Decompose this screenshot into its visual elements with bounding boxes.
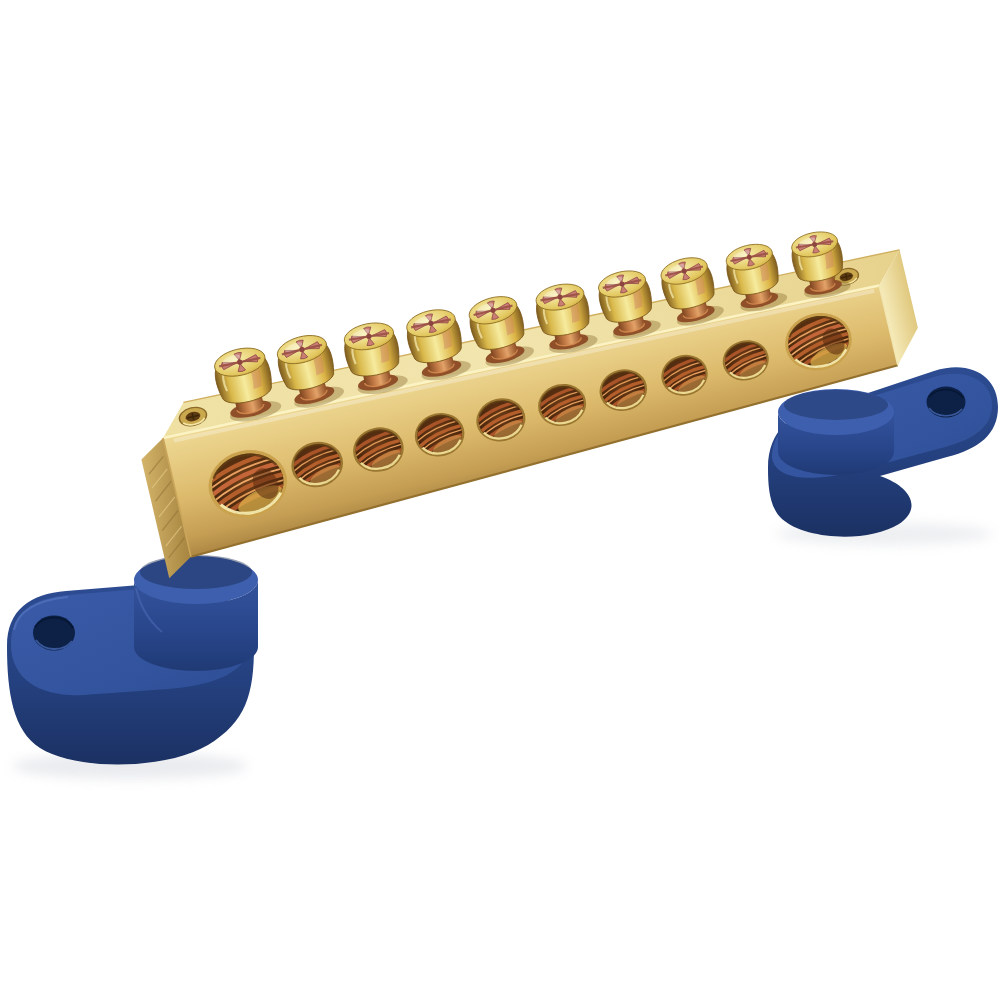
mounting-hole-left xyxy=(33,616,75,651)
mounting-hole-right xyxy=(927,387,966,418)
stand-boss-left xyxy=(134,555,258,671)
insulator-stand-right xyxy=(768,367,998,536)
bus-bar-illustration xyxy=(0,0,1000,1000)
insulator-stand-left xyxy=(7,555,258,765)
product-photo: Brass 10-way neutral/earth terminal bus … xyxy=(0,0,1000,1000)
stand-boss-right xyxy=(778,389,894,475)
